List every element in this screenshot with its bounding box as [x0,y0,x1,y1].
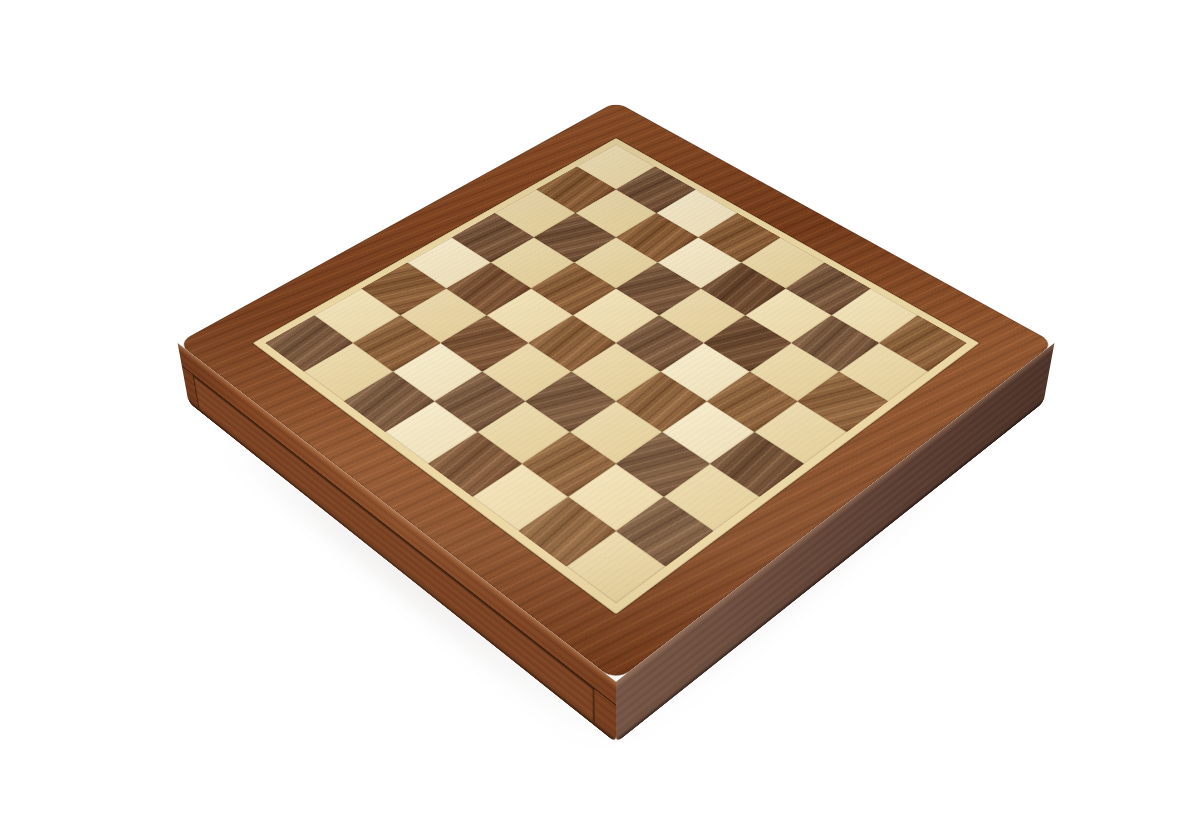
board-square [522,432,616,497]
board-top-face [178,102,1055,682]
board-square [478,401,570,464]
board-square [616,432,710,497]
board-square [710,432,804,497]
board-square [797,372,888,432]
board-square [664,464,760,531]
board-square [472,464,568,531]
product-photo [0,0,1200,824]
board-square [482,343,571,401]
chess-board-box [178,102,1055,682]
board-square [661,343,750,401]
board-square [616,372,707,432]
board-square [839,343,928,401]
board-square [568,464,664,531]
board-square [393,343,482,401]
board-square [566,531,665,603]
board-square [518,497,616,567]
board-square [750,343,839,401]
board-square [428,432,522,497]
board-square [662,401,754,464]
board-square [344,372,435,432]
board-square [570,401,662,464]
board-square [571,343,660,401]
board-square [616,497,714,567]
board-square [754,401,846,464]
board-square [304,343,393,401]
board-square [707,372,798,432]
board-square [525,372,616,432]
board-square [435,372,526,432]
board-square [385,401,477,464]
